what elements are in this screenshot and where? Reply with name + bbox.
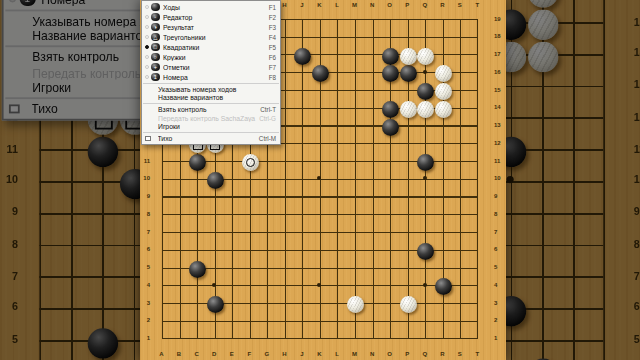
- white-stone-Q17[interactable]: [417, 48, 434, 65]
- menu-item-label: Кружки: [163, 54, 266, 61]
- coord-label: S: [451, 349, 469, 359]
- black-stone-O13[interactable]: [382, 119, 399, 136]
- point-P14[interactable]: [398, 98, 416, 116]
- point-D3[interactable]: [205, 294, 223, 312]
- point-Q6[interactable]: [416, 240, 434, 258]
- radio-selected: [145, 45, 149, 49]
- star-point-Q16: [416, 63, 434, 81]
- radio: [145, 65, 149, 69]
- menu-separator: [143, 83, 279, 84]
- coord-label: 8: [492, 205, 505, 223]
- black-stone-J17[interactable]: [294, 48, 311, 65]
- coord-label: D: [205, 349, 223, 359]
- coord-label: 1: [140, 329, 151, 347]
- coord-label: 12: [492, 134, 505, 152]
- menu-item-треугольники[interactable]: △ТреугольникиF4: [142, 32, 280, 42]
- menu-item-label: Игроки: [158, 123, 276, 130]
- coord-label: 6: [140, 240, 151, 258]
- coord-label: 7: [140, 223, 151, 241]
- checkbox-unchecked[interactable]: [145, 136, 151, 142]
- coord-label: 2: [140, 311, 151, 329]
- menu-item-название-вариантов[interactable]: Название вариантов: [142, 94, 280, 103]
- stone-icon: □: [151, 43, 160, 52]
- coord-label: K: [311, 0, 329, 9]
- black-stone-D3[interactable]: [207, 296, 224, 313]
- point-P3[interactable]: [398, 294, 416, 312]
- point-M3[interactable]: [346, 294, 364, 312]
- star-point: [423, 70, 427, 74]
- menu-item-label: Передать контроль SachaZaya: [158, 115, 256, 122]
- white-stone-Q14[interactable]: [417, 101, 434, 118]
- coord-label: 13: [492, 116, 505, 134]
- white-stone-R14[interactable]: [435, 101, 452, 118]
- menu-shortcut: F1: [269, 4, 276, 11]
- white-stone-P3[interactable]: [400, 296, 417, 313]
- white-stone-P17[interactable]: [400, 48, 417, 65]
- coord-label: Q: [416, 349, 434, 359]
- point-O17[interactable]: [381, 45, 399, 63]
- stone-icon: [151, 3, 160, 12]
- radio: [145, 75, 149, 79]
- menu-item-label: Указывать номера ходов: [158, 86, 276, 93]
- point-Q14[interactable]: [416, 98, 434, 116]
- radio: [145, 35, 149, 39]
- point-O16[interactable]: [381, 63, 399, 81]
- menu-item-label: Треугольники: [163, 34, 266, 41]
- star-point-D4: [205, 276, 223, 294]
- menu-item-тихо[interactable]: ТихоCtrl-M: [142, 134, 280, 143]
- point-C11[interactable]: [188, 152, 206, 170]
- coord-label: 16: [492, 63, 505, 81]
- menu-shortcut: Ctrl-M: [259, 135, 276, 142]
- radio: [145, 5, 149, 9]
- go-app-screenshot: ABCDEFGHJKLMNOPQRST ABCDEFGHJKLMNOPQRST …: [140, 0, 506, 360]
- go-app-content: ABCDEFGHJKLMNOPQRST ABCDEFGHJKLMNOPQRST …: [140, 0, 506, 360]
- coord-label: R: [434, 0, 452, 9]
- point-R4[interactable]: [434, 276, 452, 294]
- black-stone-C5[interactable]: [189, 261, 206, 278]
- point-D10[interactable]: [205, 169, 223, 187]
- star-point: [423, 283, 427, 287]
- coord-label: H: [276, 349, 294, 359]
- coords-right: 19181716151413121110987654321: [492, 10, 505, 347]
- menu-item-квадратики[interactable]: □КвадратикиF5: [142, 42, 280, 52]
- coord-label: R: [434, 349, 452, 359]
- menu-shortcut: F6: [269, 54, 276, 61]
- menu-item-кружки[interactable]: ○КружкиF6: [142, 52, 280, 62]
- coord-label: 3: [140, 294, 151, 312]
- menu-item-отметки[interactable]: +ОтметкиF7: [142, 62, 280, 72]
- coord-label: 9: [492, 187, 505, 205]
- menu-item-label: Результат: [163, 24, 266, 31]
- menu-item-ходы[interactable]: ХодыF1: [142, 2, 280, 12]
- menu-item-label: Отметки: [163, 64, 266, 71]
- coord-label: L: [328, 0, 346, 9]
- star-point-Q4: [416, 276, 434, 294]
- point-K16[interactable]: [311, 63, 329, 81]
- coord-label: S: [451, 0, 469, 9]
- menu-item-label: Ходы: [163, 4, 266, 11]
- black-stone-K16[interactable]: [312, 65, 329, 82]
- coord-label: 4: [140, 276, 151, 294]
- coord-label: 6: [492, 240, 505, 258]
- context-menu: ХодыF1◦РедакторF2◑РезультатF3△Треугольни…: [141, 0, 281, 145]
- coord-label: A: [153, 349, 171, 359]
- coord-label: 5: [492, 258, 505, 276]
- black-stone-Q6[interactable]: [417, 243, 434, 260]
- stone-icon: ◑: [151, 23, 160, 32]
- menu-item-label: Квадратики: [163, 44, 266, 51]
- coord-label: J: [293, 0, 311, 9]
- coord-label: M: [346, 0, 364, 9]
- white-stone-F11[interactable]: [242, 154, 259, 171]
- coord-label: N: [363, 349, 381, 359]
- point-C5[interactable]: [188, 258, 206, 276]
- radio: [145, 15, 149, 19]
- star-point-Q10: [416, 169, 434, 187]
- coord-label: 10: [140, 169, 151, 187]
- black-stone-D10[interactable]: [207, 172, 224, 189]
- menu-item-взять-контроль[interactable]: Взять контрольCtrl-T: [142, 105, 280, 114]
- point-Q17[interactable]: [416, 45, 434, 63]
- black-stone-C11[interactable]: [189, 154, 206, 171]
- menu-item-указывать-номера-ходов[interactable]: Указывать номера ходов: [142, 85, 280, 94]
- menu-item-номера[interactable]: 1НомераF8: [142, 72, 280, 82]
- coord-label: 9: [140, 187, 151, 205]
- coord-label: 4: [492, 276, 505, 294]
- coord-label: M: [346, 349, 364, 359]
- radio: [145, 55, 149, 59]
- star-point-K4: [311, 276, 329, 294]
- star-point-K10: [311, 169, 329, 187]
- stone-icon: ◦: [151, 13, 160, 22]
- coord-label: 10: [492, 169, 505, 187]
- coord-label: P: [398, 349, 416, 359]
- point-Q15[interactable]: [416, 81, 434, 99]
- coord-label: 8: [140, 205, 151, 223]
- point-Q11[interactable]: [416, 152, 434, 170]
- coord-label: 15: [492, 81, 505, 99]
- menu-item-label: Взять контроль: [158, 106, 257, 113]
- point-R14[interactable]: [434, 98, 452, 116]
- coord-label: B: [170, 349, 188, 359]
- coords-bottom: ABCDEFGHJKLMNOPQRST: [153, 349, 487, 359]
- star-point: [317, 283, 321, 287]
- coord-label: T: [469, 349, 487, 359]
- stone-icon: △: [151, 33, 160, 42]
- coord-label: J: [293, 349, 311, 359]
- coord-label: K: [311, 349, 329, 359]
- point-O14[interactable]: [381, 98, 399, 116]
- coord-label: 17: [492, 45, 505, 63]
- coord-label: 18: [492, 27, 505, 45]
- point-P17[interactable]: [398, 45, 416, 63]
- menu-item-редактор[interactable]: ◦РедакторF2: [142, 12, 280, 22]
- stone-icon: 1: [151, 73, 160, 82]
- coord-label: P: [398, 0, 416, 9]
- coord-label: O: [381, 349, 399, 359]
- menu-shortcut: F3: [269, 24, 276, 31]
- menu-shortcut: F4: [269, 34, 276, 41]
- stone-icon: ○: [151, 53, 160, 62]
- coord-label: 1: [492, 329, 505, 347]
- black-stone-O16[interactable]: [382, 65, 399, 82]
- menu-item-label: Тихо: [158, 135, 256, 142]
- white-stone-M3[interactable]: [347, 296, 364, 313]
- coord-label: 11: [492, 152, 505, 170]
- star-point: [212, 283, 216, 287]
- coord-label: L: [328, 349, 346, 359]
- menu-shortcut: F8: [269, 74, 276, 81]
- menu-item-label: Название вариантов: [158, 94, 276, 101]
- menu-item-результат[interactable]: ◑РезультатF3: [142, 22, 280, 32]
- menu-separator: [143, 132, 279, 133]
- menu-shortcut: Ctrl-G: [259, 115, 276, 122]
- coord-label: 7: [492, 223, 505, 241]
- menu-shortcut: F7: [269, 64, 276, 71]
- point-F11[interactable]: [240, 152, 258, 170]
- white-stone-P14[interactable]: [400, 101, 417, 118]
- circle-marker: [246, 158, 255, 167]
- coord-label: N: [363, 0, 381, 9]
- stone-icon: +: [151, 63, 160, 72]
- coord-label: 5: [140, 258, 151, 276]
- point-J17[interactable]: [293, 45, 311, 63]
- menu-item-игроки[interactable]: Игроки: [142, 122, 280, 131]
- menu-item-label: Номера: [163, 74, 266, 81]
- menu-item-передать-контроль-sachazaya[interactable]: Передать контроль SachaZayaCtrl-G: [142, 114, 280, 123]
- menu-shortcut: Ctrl-T: [260, 106, 276, 113]
- point-R15[interactable]: [434, 81, 452, 99]
- point-P16[interactable]: [398, 63, 416, 81]
- radio: [145, 25, 149, 29]
- video-frame: ABCDEFGHJKLMNOPQRST ABCDEFGHJKLMNOPQRST …: [0, 0, 640, 360]
- menu-shortcut: F2: [269, 14, 276, 21]
- coord-label: Q: [416, 0, 434, 9]
- coord-label: C: [188, 349, 206, 359]
- black-stone-Q11[interactable]: [417, 154, 434, 171]
- coord-label: 19: [492, 10, 505, 28]
- coord-label: 2: [492, 311, 505, 329]
- coord-label: 11: [140, 152, 151, 170]
- coord-label: T: [469, 0, 487, 9]
- coord-label: E: [223, 349, 241, 359]
- menu-shortcut: F5: [269, 44, 276, 51]
- black-stone-R4[interactable]: [435, 278, 452, 295]
- menu-separator: [143, 103, 279, 104]
- black-stone-P16[interactable]: [400, 65, 417, 82]
- star-point: [423, 176, 427, 180]
- coord-label: 14: [492, 98, 505, 116]
- coord-label: F: [240, 349, 258, 359]
- point-R16[interactable]: [434, 63, 452, 81]
- point-O13[interactable]: [381, 116, 399, 134]
- coord-label: G: [258, 349, 276, 359]
- star-point: [317, 176, 321, 180]
- coord-label: 3: [492, 294, 505, 312]
- menu-item-label: Редактор: [163, 14, 266, 21]
- coord-label: O: [381, 0, 399, 9]
